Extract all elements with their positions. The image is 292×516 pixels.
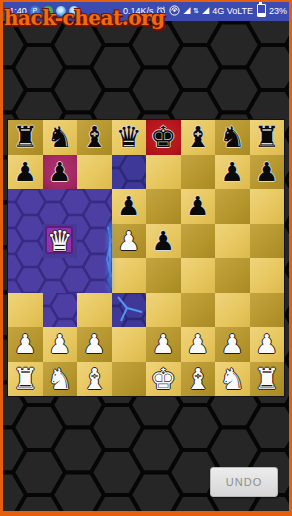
piece-black-knight[interactable]: ♞ (47, 120, 73, 154)
piece-black-pawn[interactable]: ♟ (117, 189, 140, 223)
square-g8[interactable]: ♞ (215, 120, 250, 155)
square-h3[interactable] (250, 293, 285, 328)
square-g4[interactable] (215, 258, 250, 293)
square-d2[interactable] (112, 327, 147, 362)
piece-white-king[interactable]: ♚ (150, 362, 176, 396)
square-e4[interactable] (146, 258, 181, 293)
square-g7[interactable]: ♟ (215, 155, 250, 190)
square-h5[interactable] (250, 224, 285, 259)
watermark: hack-cheat.org (4, 6, 165, 30)
square-g3[interactable] (215, 293, 250, 328)
square-h4[interactable] (250, 258, 285, 293)
square-c1[interactable]: ♝ (77, 362, 112, 397)
piece-black-pawn[interactable]: ♟ (48, 155, 71, 189)
updown-arrows-icon: ⇅ (193, 7, 199, 14)
data-saver-icon (169, 5, 180, 16)
square-f2[interactable]: ♟ (181, 327, 216, 362)
square-b8[interactable]: ♞ (43, 120, 78, 155)
square-g1[interactable]: ♞ (215, 362, 250, 397)
square-a7[interactable]: ♟ (8, 155, 43, 190)
square-b7[interactable]: ♟ (43, 155, 78, 190)
piece-white-pawn[interactable]: ♟ (117, 224, 140, 258)
square-e5[interactable]: ♟ (146, 224, 181, 259)
piece-black-pawn[interactable]: ♟ (255, 155, 278, 189)
square-b3[interactable] (43, 293, 78, 328)
square-f8[interactable]: ♝ (181, 120, 216, 155)
piece-white-rook[interactable]: ♜ (12, 362, 38, 396)
square-a1[interactable]: ♜ (8, 362, 43, 397)
piece-black-rook[interactable]: ♜ (12, 120, 38, 154)
piece-black-rook[interactable]: ♜ (254, 120, 280, 154)
square-f7[interactable] (181, 155, 216, 190)
piece-black-queen[interactable]: ♛ (116, 120, 142, 154)
piece-white-pawn[interactable]: ♟ (152, 327, 175, 361)
square-h6[interactable] (250, 189, 285, 224)
piece-white-pawn[interactable]: ♟ (83, 327, 106, 361)
square-a2[interactable]: ♟ (8, 327, 43, 362)
piece-black-pawn[interactable]: ♟ (152, 224, 175, 258)
piece-white-knight[interactable]: ♞ (219, 362, 245, 396)
piece-white-pawn[interactable]: ♟ (255, 327, 278, 361)
square-d5[interactable]: ♟ (112, 224, 147, 259)
piece-white-rook[interactable]: ♜ (254, 362, 280, 396)
square-f1[interactable]: ♝ (181, 362, 216, 397)
network-label: 4G VoLTE (212, 6, 253, 16)
piece-white-bishop[interactable]: ♝ (81, 362, 107, 396)
square-f6[interactable]: ♟ (181, 189, 216, 224)
piece-black-knight[interactable]: ♞ (219, 120, 245, 154)
square-g6[interactable] (215, 189, 250, 224)
undo-button[interactable]: UNDO (210, 467, 278, 497)
piece-white-queen[interactable]: ♛ (47, 224, 73, 258)
square-d8[interactable]: ♛ (112, 120, 147, 155)
signal-icon-2: ◢ (202, 6, 209, 15)
square-d7[interactable] (112, 155, 147, 190)
square-a8[interactable]: ♜ (8, 120, 43, 155)
square-e2[interactable]: ♟ (146, 327, 181, 362)
piece-white-pawn[interactable]: ♟ (186, 327, 209, 361)
square-e6[interactable] (146, 189, 181, 224)
piece-black-pawn[interactable]: ♟ (186, 189, 209, 223)
square-h7[interactable]: ♟ (250, 155, 285, 190)
blue-crack-line (109, 224, 111, 290)
square-f5[interactable] (181, 224, 216, 259)
chess-board: ♜♞♝♛♚♝♞♜♟♟♟♟♟♟♛♟♟♟♟♟♟♟♟♟♜♞♝♚♝♞♜ (8, 120, 284, 396)
signal-icon-1: ◢ (183, 6, 190, 15)
battery-percent-label: 23% (269, 6, 287, 16)
square-e8[interactable]: ♚ (146, 120, 181, 155)
piece-white-pawn[interactable]: ♟ (221, 327, 244, 361)
piece-white-pawn[interactable]: ♟ (48, 327, 71, 361)
piece-black-king[interactable]: ♚ (150, 120, 176, 154)
square-c7[interactable] (77, 155, 112, 190)
square-b1[interactable]: ♞ (43, 362, 78, 397)
square-h8[interactable]: ♜ (250, 120, 285, 155)
square-h1[interactable]: ♜ (250, 362, 285, 397)
square-d3[interactable] (112, 293, 147, 328)
piece-black-pawn[interactable]: ♟ (14, 155, 37, 189)
square-g5[interactable] (215, 224, 250, 259)
square-a3[interactable] (8, 293, 43, 328)
piece-white-knight[interactable]: ♞ (47, 362, 73, 396)
square-b2[interactable]: ♟ (43, 327, 78, 362)
square-b5[interactable]: ♛ (43, 224, 78, 259)
piece-black-bishop[interactable]: ♝ (81, 120, 107, 154)
square-f4[interactable] (181, 258, 216, 293)
square-f3[interactable] (181, 293, 216, 328)
square-d4[interactable] (112, 258, 147, 293)
battery-icon (257, 4, 266, 17)
square-e3[interactable] (146, 293, 181, 328)
square-c3[interactable] (77, 293, 112, 328)
square-e1[interactable]: ♚ (146, 362, 181, 397)
piece-white-bishop[interactable]: ♝ (185, 362, 211, 396)
square-d6[interactable]: ♟ (112, 189, 147, 224)
square-c2[interactable]: ♟ (77, 327, 112, 362)
square-g2[interactable]: ♟ (215, 327, 250, 362)
piece-black-bishop[interactable]: ♝ (185, 120, 211, 154)
square-h2[interactable]: ♟ (250, 327, 285, 362)
piece-black-pawn[interactable]: ♟ (221, 155, 244, 189)
piece-white-pawn[interactable]: ♟ (14, 327, 37, 361)
square-e7[interactable] (146, 155, 181, 190)
square-c8[interactable]: ♝ (77, 120, 112, 155)
square-d1[interactable] (112, 362, 147, 397)
